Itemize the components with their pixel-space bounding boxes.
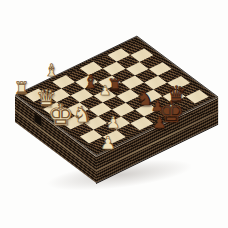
chess-box-photo: ♝♝♜♜♟♛♞♛♟♚♞♚♟♟♟ — [0, 0, 228, 228]
